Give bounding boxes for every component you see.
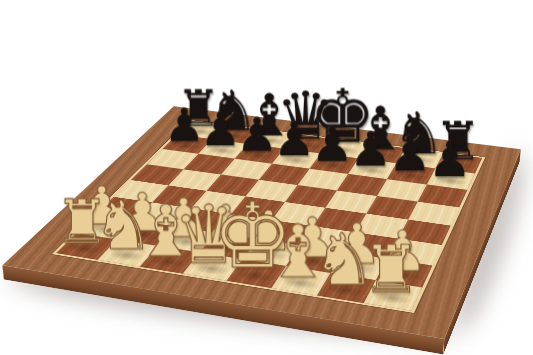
white-rook: ♜: [362, 238, 420, 303]
black-pawn: ♟: [388, 130, 431, 178]
black-pawn: ♟: [236, 112, 278, 159]
black-pawn: ♟: [164, 103, 205, 149]
square-e6: [298, 169, 348, 191]
scene: ♜♞♝♛♚♝♞♜♟♟♟♟♟♟♟♟♟♟♟♟♟♟♟♟♜♞♝♛♚♝♞♜: [0, 0, 533, 355]
board-perspective: ♜♞♝♛♚♝♞♜♟♟♟♟♟♟♟♟♟♟♟♟♟♟♟♟♜♞♝♛♚♝♞♜: [0, 0, 533, 355]
black-pawn: ♟: [200, 107, 241, 153]
black-pawn: ♟: [273, 116, 315, 163]
black-pawn: ♟: [428, 135, 472, 184]
chess-board: ♜♞♝♛♚♝♞♜♟♟♟♟♟♟♟♟♟♟♟♟♟♟♟♟♜♞♝♛♚♝♞♜: [2, 106, 520, 339]
black-pawn: ♟: [349, 126, 392, 174]
square-h1: ♜: [364, 280, 422, 311]
black-pawn: ♟: [311, 121, 353, 168]
square-h7: ♟: [427, 168, 475, 190]
